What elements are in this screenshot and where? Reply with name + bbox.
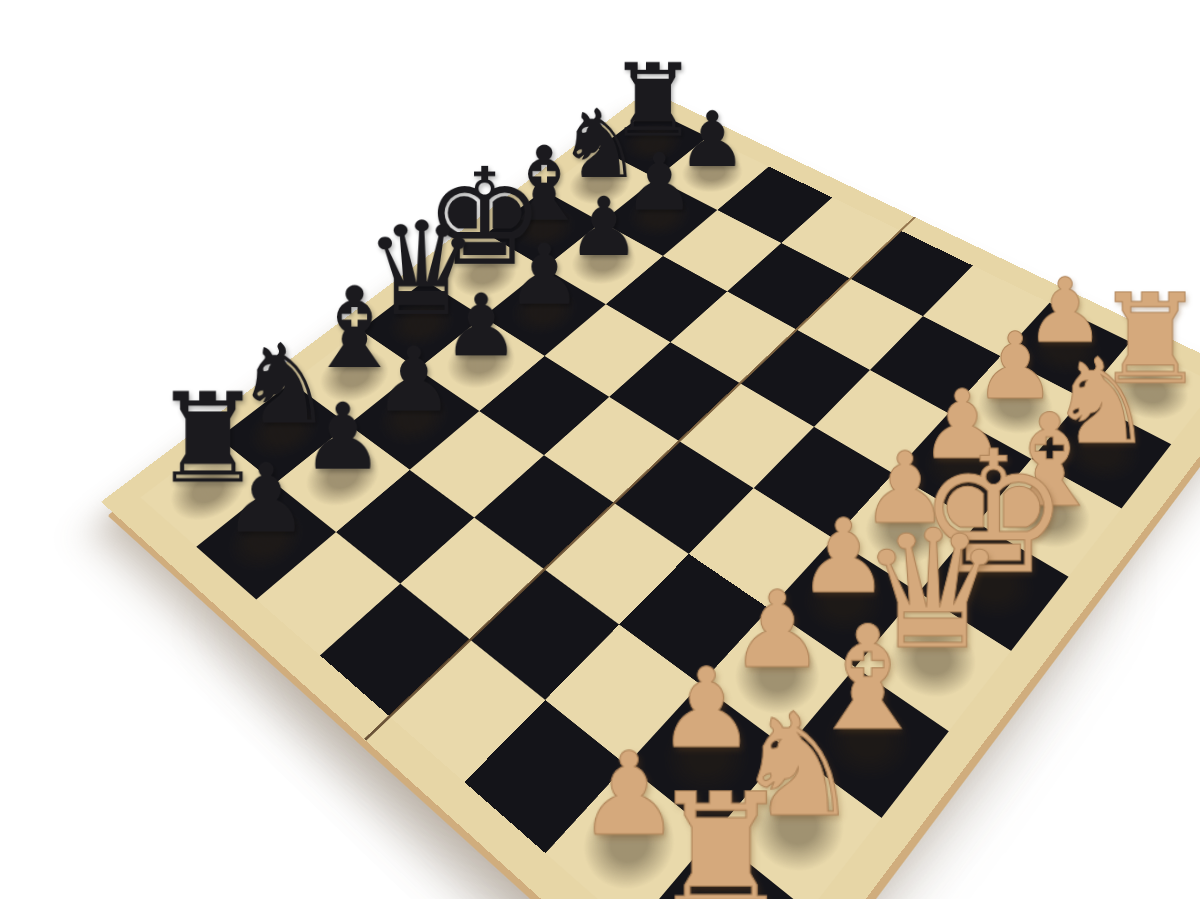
square-e4[interactable] (679, 383, 814, 488)
black-pawn-d7[interactable]: ♟ (442, 283, 519, 369)
black-pawn-b7[interactable]: ♟ (301, 392, 383, 484)
white-rook-a1[interactable]: ♜ (648, 772, 793, 899)
board-perspective-wrapper: ♜♟♟♜♞♟♟♞♝♟♟♝♚♟♟♚♛♟♟♛♝♟♟♝♞♟♟♞♜♟♟♜ (101, 90, 1200, 899)
black-pawn-c7[interactable]: ♟ (374, 336, 454, 425)
black-pawn-a7[interactable]: ♟ (223, 452, 308, 547)
squares: ♜♟♟♜♞♟♟♞♝♟♟♝♚♟♟♚♛♟♟♛♝♟♟♝♞♟♟♞♜♟♟♜ (140, 109, 1200, 899)
chessboard: ♜♟♟♜♞♟♟♞♝♟♟♝♚♟♟♚♛♟♟♛♝♟♟♝♞♟♟♞♜♟♟♜ (101, 90, 1200, 899)
square-a1[interactable]: ♜ (633, 835, 809, 899)
photo-scene: ♜♟♟♜♞♟♟♞♝♟♟♝♚♟♟♚♛♟♟♛♝♟♟♝♞♟♟♞♜♟♟♜ (0, 0, 1200, 899)
